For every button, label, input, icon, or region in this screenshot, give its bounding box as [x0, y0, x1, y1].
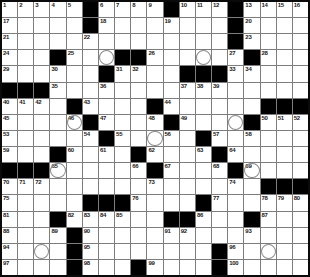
cell-r14-c17[interactable]: 87	[261, 212, 276, 227]
cell-r6-c7[interactable]: 36	[99, 83, 114, 98]
cell-r8-c15[interactable]	[228, 115, 243, 130]
cell-r14-c15[interactable]	[228, 212, 243, 227]
cell-r16-c15[interactable]: 96	[228, 244, 243, 259]
cell-r12-c14[interactable]	[212, 179, 227, 194]
cell-r15-c18[interactable]	[277, 228, 292, 243]
cell-r13-c9[interactable]: 76	[131, 195, 146, 210]
cell-r9-c19[interactable]	[293, 131, 308, 146]
cell-r14-c7[interactable]: 84	[99, 212, 114, 227]
black-square-r10-c9	[131, 147, 146, 162]
cell-r1-c10[interactable]: 9	[147, 2, 162, 17]
cell-r16-c12[interactable]	[180, 244, 195, 259]
cell-r3-c2[interactable]	[18, 34, 33, 49]
cell-r15-c12[interactable]: 92	[180, 228, 195, 243]
cell-r7-c16[interactable]	[244, 99, 259, 114]
cell-r5-c4[interactable]: 30	[50, 66, 65, 81]
cell-r3-c8[interactable]	[115, 34, 130, 49]
clue-number-77: 77	[213, 195, 219, 202]
cell-r15-c19[interactable]	[293, 228, 308, 243]
cell-r6-c17[interactable]	[261, 83, 276, 98]
cell-r13-c15[interactable]	[228, 195, 243, 210]
cell-r1-c9[interactable]: 8	[131, 2, 146, 17]
cell-r6-c6[interactable]	[83, 83, 98, 98]
clue-number-30: 30	[51, 66, 57, 73]
cell-r2-c4[interactable]	[50, 18, 65, 33]
cell-r9-c4[interactable]	[50, 131, 65, 146]
cell-r9-c12[interactable]	[180, 131, 195, 146]
cell-r2-c12[interactable]	[180, 18, 195, 33]
cell-r13-c19[interactable]: 80	[293, 195, 308, 210]
cell-r6-c16[interactable]	[244, 83, 259, 98]
cell-r5-c15[interactable]: 33	[228, 66, 243, 81]
cell-r4-c12[interactable]	[180, 50, 195, 65]
cell-r11-c8[interactable]	[115, 163, 130, 178]
cell-r13-c16[interactable]	[244, 195, 259, 210]
cell-r13-c18[interactable]: 79	[277, 195, 292, 210]
cell-r10-c16[interactable]	[244, 147, 259, 162]
cell-r12-c3[interactable]: 72	[34, 179, 49, 194]
cell-r17-c16[interactable]	[244, 260, 259, 275]
cell-r16-c19[interactable]	[293, 244, 308, 259]
cell-r2-c3[interactable]	[34, 18, 49, 33]
cell-r12-c15[interactable]: 74	[228, 179, 243, 194]
cell-r6-c11[interactable]	[164, 83, 179, 98]
cell-r12-c7[interactable]	[99, 179, 114, 194]
cell-r1-c5[interactable]: 5	[67, 2, 82, 17]
cell-r12-c9[interactable]	[131, 179, 146, 194]
cell-r12-c12[interactable]	[180, 179, 195, 194]
cell-r17-c7[interactable]	[99, 260, 114, 275]
cell-r4-c5[interactable]: 25	[67, 50, 82, 65]
black-square-r12-c17	[261, 179, 276, 194]
cell-r3-c7[interactable]	[99, 34, 114, 49]
cell-r2-c19[interactable]	[293, 18, 308, 33]
cell-r10-c2[interactable]	[18, 147, 33, 162]
cell-r9-c10[interactable]	[147, 131, 162, 146]
clue-number-8: 8	[132, 2, 135, 9]
cell-r13-c1[interactable]: 75	[2, 195, 17, 210]
cell-r11-c6[interactable]	[83, 163, 98, 178]
cell-r2-c1[interactable]: 17	[2, 18, 17, 33]
cell-r15-c4[interactable]: 89	[50, 228, 65, 243]
cell-r6-c4[interactable]: 35	[50, 83, 65, 98]
cell-r14-c14[interactable]	[212, 212, 227, 227]
cell-r8-c10[interactable]: 48	[147, 115, 162, 130]
cell-r16-c6[interactable]: 95	[83, 244, 98, 259]
cell-r2-c7[interactable]: 18	[99, 18, 114, 33]
cell-r17-c1[interactable]: 97	[2, 260, 17, 275]
cell-r5-c17[interactable]	[261, 66, 276, 81]
cell-r9-c9[interactable]	[131, 131, 146, 146]
cell-r3-c16[interactable]: 23	[244, 34, 259, 49]
cell-r12-c6[interactable]	[83, 179, 98, 194]
cell-r9-c3[interactable]	[34, 131, 49, 146]
cell-r15-c10[interactable]	[147, 228, 162, 243]
cell-r16-c17[interactable]	[261, 244, 276, 259]
black-square-r14-c11	[164, 212, 179, 227]
cell-r9-c16[interactable]: 58	[244, 131, 259, 146]
cell-r5-c2[interactable]	[18, 66, 33, 81]
clue-number-16: 16	[294, 2, 300, 9]
cell-r10-c1[interactable]: 59	[2, 147, 17, 162]
cell-r14-c1[interactable]: 81	[2, 212, 17, 227]
cell-r12-c2[interactable]: 71	[18, 179, 33, 194]
cell-r3-c5[interactable]	[67, 34, 82, 49]
cell-r14-c19[interactable]	[293, 212, 308, 227]
cell-r16-c9[interactable]	[131, 244, 146, 259]
cell-r17-c3[interactable]	[34, 260, 49, 275]
cell-r8-c2[interactable]	[18, 115, 33, 130]
clue-number-1: 1	[3, 2, 6, 9]
cell-r15-c3[interactable]	[34, 228, 49, 243]
cell-r9-c6[interactable]: 54	[83, 131, 98, 146]
cell-r11-c14[interactable]: 68	[212, 163, 227, 178]
cell-r14-c13[interactable]: 86	[196, 212, 211, 227]
cell-r5-c3[interactable]	[34, 66, 49, 81]
cell-r8-c5[interactable]: 46	[67, 115, 82, 130]
cell-r6-c12[interactable]: 37	[180, 83, 195, 98]
cell-r4-c7[interactable]	[99, 50, 114, 65]
cell-r14-c5[interactable]: 82	[67, 212, 82, 227]
cell-r1-c17[interactable]: 14	[261, 2, 276, 17]
black-square-r1-c11	[164, 2, 179, 17]
cell-r4-c1[interactable]: 24	[2, 50, 17, 65]
cell-r7-c4[interactable]	[50, 99, 65, 114]
cell-r16-c8[interactable]	[115, 244, 130, 259]
cell-r6-c8[interactable]	[115, 83, 130, 98]
cell-r13-c4[interactable]	[50, 195, 65, 210]
cell-r9-c5[interactable]	[67, 131, 82, 146]
cell-r1-c7[interactable]: 6	[99, 2, 114, 17]
cell-r4-c17[interactable]: 28	[261, 50, 276, 65]
cell-r1-c19[interactable]: 16	[293, 2, 308, 17]
clue-number-78: 78	[262, 195, 268, 202]
cell-r7-c7[interactable]	[99, 99, 114, 114]
cell-r10-c5[interactable]: 60	[67, 147, 82, 162]
cell-r16-c7[interactable]	[99, 244, 114, 259]
black-square-r4-c4	[50, 50, 65, 65]
cell-r14-c2[interactable]	[18, 212, 33, 227]
cell-r3-c11[interactable]	[164, 34, 179, 49]
cell-r15-c11[interactable]: 91	[164, 228, 179, 243]
cell-r16-c18[interactable]	[277, 244, 292, 259]
cell-r10-c11[interactable]	[164, 147, 179, 162]
cell-r16-c3[interactable]	[34, 244, 49, 259]
cell-r5-c6[interactable]	[83, 66, 98, 81]
cell-r15-c8[interactable]	[115, 228, 130, 243]
clue-number-32: 32	[132, 66, 138, 73]
cell-r3-c12[interactable]	[180, 34, 195, 49]
clue-number-57: 57	[213, 131, 219, 138]
cell-r15-c2[interactable]	[18, 228, 33, 243]
clue-number-6: 6	[100, 2, 103, 9]
cell-r11-c7[interactable]	[99, 163, 114, 178]
cell-r5-c10[interactable]	[147, 66, 162, 81]
cell-r11-c13[interactable]	[196, 163, 211, 178]
cell-r15-c15[interactable]	[228, 228, 243, 243]
cell-r4-c11[interactable]	[164, 50, 179, 65]
cell-r16-c4[interactable]	[50, 244, 65, 259]
cell-r6-c5[interactable]	[67, 83, 82, 98]
cell-r5-c9[interactable]: 32	[131, 66, 146, 81]
cell-r16-c1[interactable]: 94	[2, 244, 17, 259]
cell-r13-c12[interactable]	[180, 195, 195, 210]
cell-r12-c10[interactable]: 73	[147, 179, 162, 194]
cell-r2-c2[interactable]	[18, 18, 33, 33]
cell-r3-c3[interactable]	[34, 34, 49, 49]
cell-r1-c8[interactable]: 7	[115, 2, 130, 17]
cell-r11-c4[interactable]: 65	[50, 163, 65, 178]
cell-r16-c10[interactable]	[147, 244, 162, 259]
cell-r4-c14[interactable]	[212, 50, 227, 65]
cell-r10-c17[interactable]	[261, 147, 276, 162]
clue-number-73: 73	[148, 179, 154, 186]
cell-r17-c13[interactable]	[196, 260, 211, 275]
cell-r17-c18[interactable]	[277, 260, 292, 275]
cell-r15-c9[interactable]	[131, 228, 146, 243]
clue-number-93: 93	[245, 228, 251, 235]
cell-r4-c2[interactable]	[18, 50, 33, 65]
cell-r17-c8[interactable]	[115, 260, 130, 275]
cell-r14-c3[interactable]	[34, 212, 49, 227]
clue-number-81: 81	[3, 212, 9, 219]
cell-r4-c6[interactable]	[83, 50, 98, 65]
cell-r12-c8[interactable]	[115, 179, 130, 194]
cell-r1-c4[interactable]: 4	[50, 2, 65, 17]
black-square-r7-c5	[67, 99, 82, 114]
cell-r6-c19[interactable]	[293, 83, 308, 98]
cell-r1-c18[interactable]: 15	[277, 2, 292, 17]
cell-r17-c6[interactable]: 98	[83, 260, 98, 275]
cell-r13-c5[interactable]	[67, 195, 82, 210]
cell-r3-c9[interactable]	[131, 34, 146, 49]
cell-r12-c4[interactable]	[50, 179, 65, 194]
clue-number-9: 9	[148, 2, 151, 9]
cell-r1-c3[interactable]: 3	[34, 2, 49, 17]
cell-r5-c18[interactable]	[277, 66, 292, 81]
cell-r2-c17[interactable]	[261, 18, 276, 33]
cell-r8-c14[interactable]	[212, 115, 227, 130]
cell-r8-c4[interactable]	[50, 115, 65, 130]
cell-r10-c7[interactable]: 61	[99, 147, 114, 162]
cell-r6-c14[interactable]: 39	[212, 83, 227, 98]
cell-r12-c1[interactable]: 70	[2, 179, 17, 194]
cell-r8-c1[interactable]: 45	[2, 115, 17, 130]
cell-r13-c10[interactable]	[147, 195, 162, 210]
cell-r9-c1[interactable]: 53	[2, 131, 17, 146]
cell-r17-c2[interactable]	[18, 260, 33, 275]
cell-r3-c17[interactable]	[261, 34, 276, 49]
cell-r4-c15[interactable]: 27	[228, 50, 243, 65]
cell-r5-c16[interactable]: 34	[244, 66, 259, 81]
cell-r13-c2[interactable]	[18, 195, 33, 210]
cell-r15-c16[interactable]: 93	[244, 228, 259, 243]
cell-r14-c10[interactable]	[147, 212, 162, 227]
cell-r11-c12[interactable]	[180, 163, 195, 178]
cell-r16-c2[interactable]	[18, 244, 33, 259]
cell-r10-c18[interactable]	[277, 147, 292, 162]
cell-r14-c18[interactable]	[277, 212, 292, 227]
cell-r7-c2[interactable]: 41	[18, 99, 33, 114]
cell-r11-c17[interactable]	[261, 163, 276, 178]
cell-r5-c11[interactable]	[164, 66, 179, 81]
cell-r8-c3[interactable]	[34, 115, 49, 130]
cell-r9-c14[interactable]: 57	[212, 131, 227, 146]
cell-r6-c10[interactable]	[147, 83, 162, 98]
cell-r1-c13[interactable]: 11	[196, 2, 211, 17]
circle-marker-r8-c5	[67, 115, 82, 130]
cell-r4-c19[interactable]	[293, 50, 308, 65]
cell-r10-c19[interactable]	[293, 147, 308, 162]
cell-r3-c18[interactable]	[277, 34, 292, 49]
cell-r17-c17[interactable]	[261, 260, 276, 275]
cell-r7-c8[interactable]	[115, 99, 130, 114]
cell-r8-c9[interactable]	[131, 115, 146, 130]
cell-r6-c18[interactable]	[277, 83, 292, 98]
cell-r10-c3[interactable]	[34, 147, 49, 162]
cell-r6-c15[interactable]	[228, 83, 243, 98]
cell-r5-c8[interactable]: 31	[115, 66, 130, 81]
cell-r8-c13[interactable]	[196, 115, 211, 130]
cell-r15-c6[interactable]: 90	[83, 228, 98, 243]
cell-r14-c9[interactable]	[131, 212, 146, 227]
cell-r2-c5[interactable]	[67, 18, 82, 33]
cell-r8-c8[interactable]	[115, 115, 130, 130]
clue-number-47: 47	[100, 115, 106, 122]
cell-r5-c19[interactable]	[293, 66, 308, 81]
black-square-r13-c8	[115, 195, 130, 210]
cell-r3-c14[interactable]	[212, 34, 227, 49]
cell-r10-c10[interactable]: 62	[147, 147, 162, 162]
cell-r15-c13[interactable]	[196, 228, 211, 243]
cell-r3-c4[interactable]	[50, 34, 65, 49]
black-square-r2-c15	[228, 18, 243, 33]
cell-r5-c1[interactable]: 29	[2, 66, 17, 81]
cell-r13-c3[interactable]	[34, 195, 49, 210]
cell-r6-c9[interactable]	[131, 83, 146, 98]
cell-r16-c11[interactable]	[164, 244, 179, 259]
cell-r4-c3[interactable]	[34, 50, 49, 65]
cell-r17-c15[interactable]: 100	[228, 260, 243, 275]
cell-r17-c10[interactable]: 99	[147, 260, 162, 275]
clue-number-18: 18	[100, 18, 106, 25]
cell-r4-c10[interactable]: 26	[147, 50, 162, 65]
cell-r9-c11[interactable]: 56	[164, 131, 179, 146]
cell-r2-c13[interactable]	[196, 18, 211, 33]
cell-r2-c10[interactable]	[147, 18, 162, 33]
cell-r15-c17[interactable]	[261, 228, 276, 243]
cell-r17-c11[interactable]	[164, 260, 179, 275]
cell-r11-c19[interactable]	[293, 163, 308, 178]
cell-r11-c16[interactable]: 69	[244, 163, 259, 178]
clue-number-26: 26	[148, 50, 154, 57]
cell-r3-c13[interactable]	[196, 34, 211, 49]
cell-r2-c14[interactable]	[212, 18, 227, 33]
cell-r11-c9[interactable]: 66	[131, 163, 146, 178]
cell-r4-c13[interactable]	[196, 50, 211, 65]
cell-r13-c11[interactable]	[164, 195, 179, 210]
cell-r3-c19[interactable]	[293, 34, 308, 49]
cell-r14-c8[interactable]: 85	[115, 212, 130, 227]
cell-r10-c6[interactable]	[83, 147, 98, 162]
cell-r7-c15[interactable]	[228, 99, 243, 114]
black-square-r6-c2	[18, 83, 33, 98]
cell-r17-c12[interactable]	[180, 260, 195, 275]
cell-r9-c17[interactable]	[261, 131, 276, 146]
cell-r2-c16[interactable]: 20	[244, 18, 259, 33]
cell-r13-c14[interactable]: 77	[212, 195, 227, 210]
cell-r10-c12[interactable]	[180, 147, 195, 162]
cell-r12-c13[interactable]	[196, 179, 211, 194]
cell-r4-c18[interactable]	[277, 50, 292, 65]
cell-r7-c3[interactable]: 42	[34, 99, 49, 114]
cell-r7-c1[interactable]: 40	[2, 99, 17, 114]
cell-r17-c4[interactable]	[50, 260, 65, 275]
cell-r7-c9[interactable]	[131, 99, 146, 114]
cell-r10-c15[interactable]: 64	[228, 147, 243, 162]
cell-r1-c12[interactable]: 10	[180, 2, 195, 17]
cell-r8-c12[interactable]: 49	[180, 115, 195, 130]
cell-r12-c11[interactable]	[164, 179, 179, 194]
cell-r9-c2[interactable]	[18, 131, 33, 146]
cell-r8-c17[interactable]: 50	[261, 115, 276, 130]
cell-r2-c8[interactable]	[115, 18, 130, 33]
cell-r11-c18[interactable]	[277, 163, 292, 178]
cell-r12-c16[interactable]	[244, 179, 259, 194]
cell-r15-c7[interactable]	[99, 228, 114, 243]
cell-r11-c11[interactable]: 67	[164, 163, 179, 178]
cell-r1-c2[interactable]: 2	[18, 2, 33, 17]
cell-r17-c19[interactable]	[293, 260, 308, 275]
cell-r2-c18[interactable]	[277, 18, 292, 33]
cell-r11-c5[interactable]	[67, 163, 82, 178]
cell-r3-c6[interactable]: 22	[83, 34, 98, 49]
cell-r15-c1[interactable]: 88	[2, 228, 17, 243]
circle-marker-r9-c10	[147, 131, 162, 146]
cell-r5-c5[interactable]	[67, 66, 82, 81]
cell-r2-c11[interactable]: 19	[164, 18, 179, 33]
cell-r1-c16[interactable]: 13	[244, 2, 259, 17]
cell-r16-c13[interactable]	[196, 244, 211, 259]
cell-r8-c18[interactable]: 51	[277, 115, 292, 130]
cell-r10-c8[interactable]	[115, 147, 130, 162]
cell-r6-c13[interactable]: 38	[196, 83, 211, 98]
cell-r10-c13[interactable]: 63	[196, 147, 211, 162]
cell-r14-c6[interactable]: 83	[83, 212, 98, 227]
cell-r7-c11[interactable]: 44	[164, 99, 179, 114]
cell-r1-c14[interactable]: 12	[212, 2, 227, 17]
cell-r7-c12[interactable]	[180, 99, 195, 114]
black-square-r4-c9	[131, 50, 146, 65]
cell-r2-c9[interactable]	[131, 18, 146, 33]
cell-r9-c8[interactable]: 55	[115, 131, 130, 146]
cell-r16-c16[interactable]	[244, 244, 259, 259]
clue-number-43: 43	[84, 99, 90, 106]
cell-r13-c17[interactable]: 78	[261, 195, 276, 210]
cell-r8-c7[interactable]: 47	[99, 115, 114, 130]
cell-r15-c14[interactable]	[212, 228, 227, 243]
cell-r7-c13[interactable]	[196, 99, 211, 114]
cell-r3-c1[interactable]: 21	[2, 34, 17, 49]
cell-r3-c10[interactable]	[147, 34, 162, 49]
cell-r1-c1[interactable]: 1	[2, 2, 17, 17]
cell-r7-c6[interactable]: 43	[83, 99, 98, 114]
cell-r9-c15[interactable]	[228, 131, 243, 146]
cell-r8-c19[interactable]: 52	[293, 115, 308, 130]
cell-r9-c18[interactable]	[277, 131, 292, 146]
cell-r7-c14[interactable]	[212, 99, 227, 114]
cell-r12-c5[interactable]	[67, 179, 82, 194]
